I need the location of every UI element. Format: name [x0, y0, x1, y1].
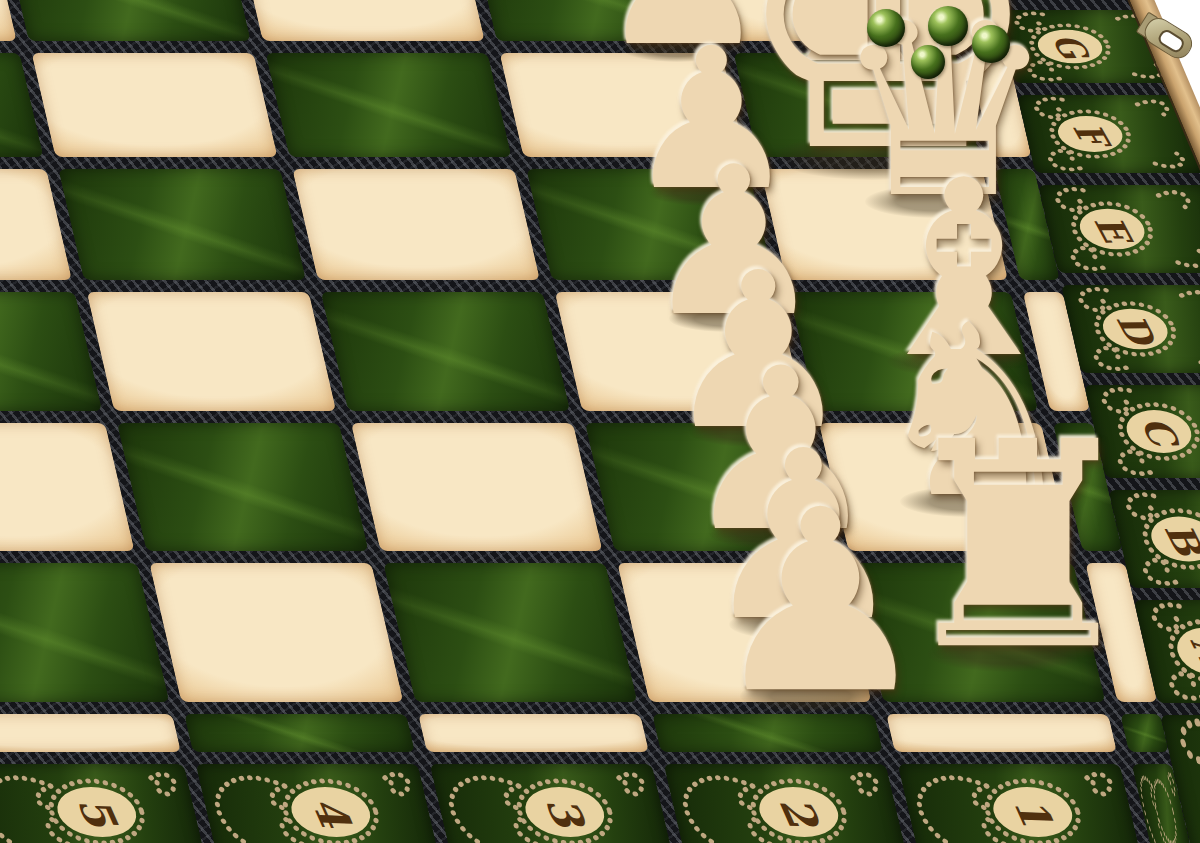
queen-crown-bead [928, 6, 968, 46]
square-f4 [6, 0, 251, 41]
chessboard-photo-scene: 8 7 6 5 4 [0, 0, 1200, 843]
square-c3 [321, 292, 570, 411]
border-ornament-icon: 5 [0, 764, 209, 843]
border-ornament-icon: 1 [898, 764, 1145, 843]
rank-border-tile-2: 2 [664, 764, 911, 843]
queen-crown-bead [867, 9, 905, 47]
piece-white-pawn-a2: ♟ [708, 504, 904, 700]
square-a4 [149, 563, 403, 702]
border-ornament-icon: 4 [196, 764, 443, 843]
trim-bottom-5 [0, 714, 181, 752]
square-a5 [0, 563, 169, 702]
square-f3 [240, 0, 485, 41]
queen-crown-bead [911, 45, 945, 79]
square-b4 [117, 423, 369, 551]
square-e4 [32, 53, 278, 157]
square-c5 [0, 292, 102, 411]
trim-bottom-3 [418, 714, 649, 752]
square-b5 [0, 423, 135, 551]
square-d5 [0, 169, 72, 280]
trim-bottom-4 [184, 714, 415, 752]
border-ornament-icon: 2 [664, 764, 911, 843]
queen-crown-bead [972, 25, 1010, 63]
square-f5 [0, 0, 17, 41]
square-a3 [383, 563, 637, 702]
square-c4 [87, 292, 336, 411]
rank-border-tile-4: 4 [196, 764, 443, 843]
square-d3 [292, 169, 540, 280]
rank-border-tile-3: 3 [430, 764, 677, 843]
square-b3 [351, 423, 603, 551]
border-ornament-icon: 3 [430, 764, 677, 843]
square-e3 [266, 53, 512, 157]
square-d4 [58, 169, 306, 280]
rank-border-tile-5: 5 [0, 764, 209, 843]
rank-border-tile-1: 1 [898, 764, 1145, 843]
